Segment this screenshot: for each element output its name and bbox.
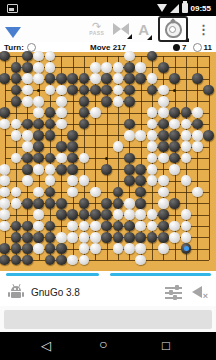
white-stone [33,51,44,62]
black-stone [45,153,56,164]
branch-triangle-icon[interactable] [5,27,21,38]
black-stone [33,119,44,130]
message-strip [4,310,212,329]
white-stone [158,187,169,198]
grid-line-v [197,56,198,260]
hoshi-point [37,89,40,92]
grid-line-h [5,260,209,261]
black-stone [11,243,22,254]
black-stone [0,51,10,62]
black-stone [11,85,22,96]
black-stone [45,119,56,130]
black-stone [67,153,78,164]
black-stone [124,85,135,96]
white-stone [124,130,135,141]
white-stone [181,119,192,130]
message-zone [0,306,216,332]
last-move-marker [184,246,189,251]
black-stone [203,130,214,141]
black-stone [56,255,67,266]
white-stone [67,175,78,186]
white-stone [158,243,169,254]
white-stone [22,130,33,141]
move-number: Move 217 [0,43,216,52]
app-screen: 09:55 ↷ PASS A [0,0,216,360]
black-stone [33,153,44,164]
black-stone [22,221,33,232]
white-stone [56,107,67,118]
white-stone [33,96,44,107]
white-stone [79,232,90,243]
white-stone [11,130,22,141]
white-stone [158,175,169,186]
black-stone [169,141,180,152]
white-stone [22,141,33,152]
white-stone [56,232,67,243]
sound-muted-icon[interactable]: × [190,285,208,299]
black-stone [124,119,135,130]
white-stone [22,96,33,107]
black-stone [124,164,135,175]
black-stone [169,198,180,209]
white-stone [169,164,180,175]
black-stone [124,96,135,107]
white-stone [113,96,124,107]
white-stone [147,164,158,175]
white-stone [135,255,146,266]
white-stone [113,141,124,152]
white-stone [67,187,78,198]
black-stone [101,209,112,220]
black-stone [22,62,33,73]
white-stone [90,221,101,232]
white-stone [181,175,192,186]
white-stone [22,175,33,186]
black-stone [101,232,112,243]
white-stone [181,141,192,152]
white-stone [79,153,90,164]
black-stone [90,85,101,96]
black-stone [101,164,112,175]
white-stone [124,209,135,220]
white-stone [124,243,135,254]
black-stone [22,119,33,130]
white-stone [135,62,146,73]
turn-info-bar: Turn: Move 217 7 11 [0,42,216,52]
black-stone [33,141,44,152]
black-stone [90,209,101,220]
white-stone [169,232,180,243]
black-stone [0,107,10,118]
white-stone [158,153,169,164]
long-press-corner [127,34,132,39]
seekbar-right-segment[interactable] [110,273,211,276]
black-stone [67,130,78,141]
black-stone [147,85,158,96]
black-stone [79,85,90,96]
go-board[interactable] [0,52,216,271]
black-stone [22,232,33,243]
black-stone [124,62,135,73]
black-stone [79,107,90,118]
white-stone [11,153,22,164]
overflow-dots-icon: ⋮ [197,23,210,36]
overflow-menu-button[interactable]: ⋮ [197,23,210,36]
white-stone [67,221,78,232]
black-stone [135,73,146,84]
pass-button[interactable]: ↷ PASS [89,22,104,36]
white-stone [90,243,101,254]
black-stone [22,243,33,254]
screenshot-notification-icon [7,4,18,13]
nav-back-button[interactable]: ◁ [41,339,51,352]
white-stone [22,73,33,84]
black-stone [101,198,112,209]
clock: 09:55 [191,4,211,13]
pass-arrow-icon: ↷ [92,22,101,30]
white-stone [67,255,78,266]
white-stone [181,130,192,141]
black-stone [22,198,33,209]
black-stone [124,153,135,164]
black-stone [11,221,22,232]
white-stone [113,85,124,96]
white-stone [90,62,101,73]
black-stone [158,209,169,220]
black-stone [101,85,112,96]
engine-bar: GnuGo 3.8 × [0,278,216,306]
black-stone [22,51,33,62]
black-stone [135,187,146,198]
engine-name: GnuGo 3.8 [31,287,80,298]
white-stone [33,209,44,220]
wifi-icon [157,4,167,12]
white-stone [192,187,203,198]
black-stone [22,153,33,164]
white-stone [113,243,124,254]
engine-settings-sliders-icon[interactable] [165,285,182,299]
white-stone [11,187,22,198]
white-stone [192,107,203,118]
black-stone [79,119,90,130]
black-stone [11,255,22,266]
black-stone [67,73,78,84]
black-stone [79,96,90,107]
white-stone [90,187,101,198]
black-stone [192,73,203,84]
black-stone [22,164,33,175]
status-icons: 09:55 [157,3,211,13]
black-stone [135,232,146,243]
white-stone [0,209,10,220]
black-stone [113,187,124,198]
white-stone [45,51,56,62]
white-stone [33,164,44,175]
black-stone [56,164,67,175]
white-stone [135,243,146,254]
white-stone [0,164,10,175]
black-stone [79,198,90,209]
black-stone [113,198,124,209]
long-press-corner [147,35,152,40]
black-stone [0,255,10,266]
black-stone [124,221,135,232]
black-stone [124,175,135,186]
white-stone [135,209,146,220]
white-stone [11,119,22,130]
seekbar-left-segment[interactable] [6,273,99,276]
white-stone [113,209,124,220]
nav-home-button[interactable]: ○ [99,338,107,351]
black-stone [124,73,135,84]
label-tool-button[interactable]: A [138,22,149,37]
white-stone [56,119,67,130]
engine-controls: × [165,285,208,299]
white-stone [33,62,44,73]
moves-tool-button[interactable] [113,22,129,36]
black-stone [67,141,78,152]
battery-icon [182,3,188,13]
black-stone [113,221,124,232]
black-stone [67,85,78,96]
white-stone [79,255,90,266]
white-stone [135,130,146,141]
toolbar-buttons: ↷ PASS A ⋮ [89,16,210,42]
black-stone [45,255,56,266]
black-stone [158,130,169,141]
toolbar: ↷ PASS A ⋮ [0,16,216,43]
white-stone [169,119,180,130]
black-stone [45,130,56,141]
white-stone [90,232,101,243]
white-stone [56,96,67,107]
white-stone [124,198,135,209]
black-stone [33,198,44,209]
white-stone [56,85,67,96]
black-stone [135,164,146,175]
white-stone [181,209,192,220]
white-stone [79,243,90,254]
white-stone [79,221,90,232]
black-stone [0,243,10,254]
white-stone [147,119,158,130]
white-stone [147,130,158,141]
black-stone [169,107,180,118]
black-stone [56,243,67,254]
white-stone [45,85,56,96]
white-stone [113,73,124,84]
black-stone [22,255,33,266]
black-stone [147,232,158,243]
black-stone [33,130,44,141]
navigation-bar: ◁ ○ □ [0,332,216,360]
black-stone [45,198,56,209]
black-stone [0,73,10,84]
black-stone [101,73,112,84]
black-stone [45,221,56,232]
black-stone [56,73,67,84]
black-stone [113,232,124,243]
white-stone [33,107,44,118]
white-stone [158,96,169,107]
stone-tool-button-selected[interactable] [158,16,188,42]
status-bar: 09:55 [0,0,216,16]
white-stone [0,175,10,186]
black-stone [101,221,112,232]
white-stone [124,51,135,62]
hoshi-point [173,89,176,92]
black-stone [135,175,146,186]
black-stone [11,232,22,243]
black-stone [169,130,180,141]
black-stone [124,232,135,243]
white-stone [90,107,101,118]
black-stone [158,221,169,232]
black-stone [158,62,169,73]
white-stone [147,141,158,152]
android-robot-icon [8,284,24,300]
white-stone [181,153,192,164]
white-stone [158,198,169,209]
black-stone [45,243,56,254]
black-stone [67,209,78,220]
black-stone [101,96,112,107]
stones-bag-icon [165,21,182,38]
black-stone [45,73,56,84]
white-stone [181,221,192,232]
white-stone [11,198,22,209]
white-stone [45,62,56,73]
white-stone [0,187,10,198]
black-stone [158,141,169,152]
black-stone [158,232,169,243]
white-stone [90,73,101,84]
black-stone [79,209,90,220]
white-stone [101,62,112,73]
black-stone [33,232,44,243]
black-stone [169,153,180,164]
white-stone [56,153,67,164]
hoshi-point [105,157,108,160]
black-stone [11,96,22,107]
white-stone [192,130,203,141]
black-stone [203,85,214,96]
black-stone [158,119,169,130]
white-stone [147,221,158,232]
black-stone [169,73,180,84]
white-stone [147,175,158,186]
cell-signal-icon [170,4,179,13]
black-stone [56,141,67,152]
white-stone [33,73,44,84]
white-stone [67,232,78,243]
black-stone [45,107,56,118]
white-stone [33,221,44,232]
white-stone [33,187,44,198]
grid-line-h [5,181,209,182]
white-stone [22,85,33,96]
white-stone [0,221,10,232]
white-stone [181,232,192,243]
white-stone [113,62,124,73]
black-stone [45,232,56,243]
black-stone [45,187,56,198]
black-stone [11,62,22,73]
white-stone [45,164,56,175]
white-stone [147,73,158,84]
white-stone [79,175,90,186]
black-stone [67,164,78,175]
white-stone [147,153,158,164]
black-stone [11,73,22,84]
white-stone [147,209,158,220]
black-stone [56,209,67,220]
black-stone [135,198,146,209]
black-stone [56,198,67,209]
white-stone [33,243,44,254]
white-stone [192,141,203,152]
black-stone [147,51,158,62]
white-stone [147,107,158,118]
white-stone [0,119,10,130]
white-stone [158,107,169,118]
black-stone [181,107,192,118]
white-stone [158,85,169,96]
white-stone [169,221,180,232]
black-stone [192,119,203,130]
white-stone [0,198,10,209]
black-stone [79,73,90,84]
nav-recents-button[interactable]: □ [162,339,170,352]
white-stone [135,221,146,232]
white-stone [45,175,56,186]
